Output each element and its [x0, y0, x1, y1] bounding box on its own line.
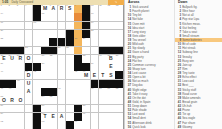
grid-cell-r1c5[interactable]: 15 [41, 13, 49, 21]
grid-cell-r8c10[interactable]: 44M [82, 71, 90, 79]
grid-cell-r3c11[interactable]: 21 [91, 30, 99, 38]
cell-number: 38 [42, 63, 45, 66]
grid-cell-r0c12[interactable]: 11 [99, 5, 107, 13]
cell-number: 4 [25, 5, 26, 8]
grid-cell-r8c1[interactable] [8, 71, 16, 79]
grid-cell-r10c11[interactable]: 49 [91, 88, 99, 96]
black-cell [115, 71, 123, 79]
grid-cell-r14c1[interactable] [8, 121, 16, 129]
cell-number: 61 [83, 113, 86, 116]
grid-cell-r13c14[interactable] [115, 113, 123, 121]
grid-cell-r11c0[interactable]: 53O [0, 96, 8, 104]
grid-cell-r1c8[interactable] [66, 13, 74, 21]
grid-cell-r3c5[interactable] [41, 30, 49, 38]
grid-cell-r7c7[interactable] [58, 63, 66, 71]
cell-number: 63 [42, 121, 45, 124]
cell-number: 17 [0, 22, 3, 25]
grid-cell-r0c2[interactable]: 3 [16, 5, 24, 13]
black-cell [49, 38, 57, 46]
cell-number: 36 [116, 55, 119, 58]
black-cell [33, 13, 41, 21]
grid-cell-r12c12[interactable] [99, 105, 107, 113]
grid-cell-r0c6[interactable]: 6A [49, 5, 57, 13]
grid-cell-r4c2[interactable] [16, 38, 24, 46]
cell-number: 11 [99, 5, 101, 8]
grid-cell-r7c12[interactable] [99, 63, 107, 71]
cell-letter: M [43, 6, 47, 11]
grid-cell-r5c4[interactable] [33, 47, 41, 55]
black-cell [82, 22, 90, 30]
cell-letter: A [51, 6, 55, 11]
cell-number: 37 [0, 63, 3, 66]
cell-number: 60 [42, 113, 45, 116]
cell-number: 27 [66, 47, 69, 50]
cell-number: 54 [42, 96, 45, 99]
grid-cell-r2c13[interactable] [107, 22, 115, 30]
grid-cell-r14c7[interactable] [58, 121, 66, 129]
cell-number: 40 [0, 71, 3, 74]
cell-number: 26 [58, 47, 61, 50]
grid-cell-r10c14[interactable]: 52 [115, 88, 123, 96]
grid-cell-r6c3[interactable]: O [25, 55, 33, 63]
grid-cell-r11c3[interactable] [25, 96, 33, 104]
grid-cell-r14c3[interactable] [25, 121, 33, 129]
grid-cell-r8c4[interactable]: 42 [33, 71, 41, 79]
grid-cell-r12c8[interactable] [66, 105, 74, 113]
grid-cell-r0c7[interactable]: 7R [58, 5, 66, 13]
grid-cell-r1c12[interactable] [99, 13, 107, 21]
cell-number: 20 [0, 30, 3, 33]
grid-cell-r2c3[interactable] [25, 22, 33, 30]
cell-number: 2 [9, 5, 10, 8]
grid-cell-r14c12[interactable] [99, 121, 107, 129]
cell-letter: E [109, 64, 112, 69]
grid-cell-r0c3[interactable]: 4 [25, 5, 33, 13]
grid-cell-r9c5[interactable] [41, 80, 49, 88]
grid-cell-r9c9[interactable] [74, 80, 82, 88]
cell-number: 3 [17, 5, 18, 8]
grid-cell-r1c0[interactable]: 14 [0, 13, 8, 21]
cell-number: 18 [33, 22, 36, 25]
grid-cell-r7c2[interactable] [16, 63, 24, 71]
grid-cell-r10c12[interactable]: 50 [99, 88, 107, 96]
cell-letter: E [93, 73, 96, 78]
grid-cell-r5c11[interactable] [91, 47, 99, 55]
grid-cell-r13c1[interactable] [8, 113, 16, 121]
black-cell [74, 105, 82, 113]
grid-cell-r4c10[interactable]: 24 [82, 38, 90, 46]
grid-cell-r11c4[interactable] [33, 96, 41, 104]
grid-cell-r10c2[interactable] [16, 88, 24, 96]
grid-cell-r10c10[interactable] [82, 88, 90, 96]
grid-cell-r13c7[interactable]: A [58, 113, 66, 121]
grid-cell-r3c1[interactable] [8, 30, 16, 38]
grid-cell-r3c13[interactable] [107, 30, 115, 38]
grid-cell-r7c6[interactable] [49, 63, 57, 71]
crossword-app: 1:05 Daily Crossword ✎ 12345M6A7R8S91011… [0, 0, 222, 129]
grid-cell-r8c11[interactable]: E [91, 71, 99, 79]
grid-cell-r2c6[interactable] [49, 22, 57, 30]
grid-cell-r4c9[interactable]: 23 [74, 38, 82, 46]
cell-number: 12 [107, 5, 110, 8]
grid-cell-r6c14[interactable]: 36 [115, 55, 123, 63]
grid-cell-r14c11[interactable] [91, 121, 99, 129]
grid-cell-r3c12[interactable] [99, 30, 107, 38]
cell-number: 42 [33, 71, 36, 74]
grid-cell-r11c1[interactable]: R [8, 96, 16, 104]
grid-cell-r3c7[interactable] [58, 30, 66, 38]
cell-number: 19 [91, 22, 94, 25]
grid-cell-r4c14[interactable] [115, 38, 123, 46]
cell-number: 30 [17, 55, 20, 58]
grid-cell-r13c11[interactable] [91, 113, 99, 121]
cell-number: 9 [74, 5, 75, 8]
grid-cell-r11c6[interactable]: 55 [49, 96, 57, 104]
grid-cell-r11c5[interactable]: 54 [41, 96, 49, 104]
down-clue-list: Down 1Ballpark fig.2Wee hour3Not at all4… [174, 0, 222, 129]
grid-cell-r0c13[interactable]: 12 [107, 5, 115, 13]
grid-cell-r14c14[interactable] [115, 121, 123, 129]
cell-number: 34 [99, 55, 102, 58]
cell-number: 8 [66, 5, 67, 8]
grid-cell-r7c11[interactable]: 39 [91, 63, 99, 71]
grid-cell-r9c3[interactable]: U [25, 80, 33, 88]
cell-letter: R [60, 6, 64, 11]
grid-cell-r1c6[interactable] [49, 13, 57, 21]
cell-number: 46 [0, 88, 3, 91]
grid-cell-r2c8[interactable] [66, 22, 74, 30]
grid-cell-r14c2[interactable] [16, 121, 24, 129]
cell-number: 57 [42, 105, 45, 108]
cell-number: 39 [91, 63, 94, 66]
grid-cell-r7c14[interactable] [115, 63, 123, 71]
cell-number: 45 [17, 80, 20, 83]
grid-cell-r6c12[interactable]: 34 [99, 55, 107, 63]
grid-cell-r8c12[interactable]: T [99, 71, 107, 79]
black-cell [33, 105, 41, 113]
grid-cell-r9c4[interactable] [33, 80, 41, 88]
grid-cell-r6c8[interactable] [66, 55, 74, 63]
grid-cell-r13c2[interactable] [16, 113, 24, 121]
grid-cell-r11c10[interactable] [82, 96, 90, 104]
grid-cell-r3c4[interactable] [33, 30, 41, 38]
grid-cell-r9c10[interactable] [82, 80, 90, 88]
grid-cell-r8c5[interactable] [41, 71, 49, 79]
black-cell [58, 38, 66, 46]
black-cell [33, 113, 41, 121]
cell-number: 52 [116, 88, 119, 91]
cell-number: 55 [50, 96, 53, 99]
cell-number: 33 [83, 55, 86, 58]
grid-cell-r12c13[interactable] [107, 105, 115, 113]
cell-letter: S [68, 6, 71, 11]
grid-cell-r3c14[interactable] [115, 30, 123, 38]
grid-cell-r6c2[interactable]: 30R [16, 55, 24, 63]
grid-cell-r5c7[interactable]: 26 [58, 47, 66, 55]
cell-number: 62 [0, 121, 3, 124]
grid-cell-r8c3[interactable]: 41D [25, 71, 33, 79]
grid-cell-r4c12[interactable] [99, 38, 107, 46]
cell-number: 50 [99, 88, 102, 91]
grid-cell-r3c2[interactable] [16, 30, 24, 38]
grid-cell-r10c13[interactable]: 51 [107, 88, 115, 96]
grid-cell-r4c5[interactable] [41, 38, 49, 46]
grid-cell-r1c2[interactable] [16, 13, 24, 21]
grid-cell-r12c3[interactable] [25, 105, 33, 113]
grid-cell-r8c7[interactable] [58, 71, 66, 79]
cell-letter: O [27, 56, 31, 61]
grid-cell-r13c6[interactable]: E [49, 113, 57, 121]
grid-cell-r11c9[interactable] [74, 96, 82, 104]
grid-cell-r6c6[interactable]: 32 [49, 55, 57, 63]
clue-panel: Across 1Stick around5Fourth planet10Tiny… [124, 0, 222, 129]
grid-cell-r13c12[interactable] [99, 113, 107, 121]
grid-cell-r6c1[interactable]: 29U [8, 55, 16, 63]
grid-cell-r6c7[interactable] [58, 55, 66, 63]
cell-number: 23 [74, 38, 77, 41]
grid-cell-r4c3[interactable] [25, 38, 33, 46]
grid-cell-r13c3[interactable] [25, 113, 33, 121]
grid-cell-r14c0[interactable]: 62 [0, 121, 8, 129]
grid-cell-r8c0[interactable]: 40 [0, 71, 8, 79]
grid-cell-r2c2[interactable] [16, 22, 24, 30]
grid-cell-r7c8[interactable] [66, 63, 74, 71]
cell-number: 56 [0, 105, 3, 108]
cell-letter: O [18, 98, 22, 103]
grid-cell-r14c9[interactable]: 64 [74, 121, 82, 129]
grid-cell-r2c5[interactable] [41, 22, 49, 30]
grid-cell-r11c2[interactable]: O [16, 96, 24, 104]
cell-number: 31 [42, 55, 45, 58]
cell-letter: A [27, 89, 31, 94]
cell-number: 51 [107, 88, 110, 91]
black-cell [33, 5, 41, 13]
grid-cell-r0c9[interactable]: 9 [74, 5, 82, 13]
crossword-grid: 12345M6A7R8S9101112131415161718192021222… [0, 5, 124, 129]
black-cell [66, 121, 74, 129]
grid-cell-r0c14[interactable]: 13 [115, 5, 123, 13]
grid-cell-r6c10[interactable]: 33 [82, 55, 90, 63]
cell-letter: R [10, 98, 14, 103]
grid-cell-r12c7[interactable] [58, 105, 66, 113]
grid-cell-r11c7[interactable] [58, 96, 66, 104]
grid-cell-r5c9[interactable] [74, 47, 82, 55]
across-rows: 1Stick around5Fourth planet10Tiny bit14N… [125, 5, 174, 129]
cell-number: 5 [42, 5, 43, 8]
grid-cell-r13c10[interactable]: 61 [82, 113, 90, 121]
black-cell [82, 5, 90, 13]
grid-cell-r9c6[interactable] [49, 80, 57, 88]
cell-number: 25 [25, 47, 28, 50]
cell-number: 64 [74, 121, 77, 124]
grid-cell-r1c9[interactable] [74, 13, 82, 21]
grid-cell-r1c13[interactable] [107, 13, 115, 21]
grid-cell-r14c5[interactable]: 63 [41, 121, 49, 129]
grid-cell-r4c13[interactable] [107, 38, 115, 46]
grid-cell-r11c12[interactable] [99, 96, 107, 104]
cell-letter: T [101, 73, 104, 78]
cell-number: 6 [50, 5, 51, 8]
grid-cell-r1c1[interactable] [8, 13, 16, 21]
grid-cell-r10c9[interactable] [74, 88, 82, 96]
grid-cell-r2c4[interactable]: 18 [33, 22, 41, 30]
black-cell [66, 30, 74, 38]
grid-cell-r4c1[interactable] [8, 38, 16, 46]
grid-cell-r3c6[interactable] [49, 30, 57, 38]
grid-cell-r9c2[interactable]: 45 [16, 80, 24, 88]
grid-cell-r12c1[interactable] [8, 105, 16, 113]
grid-cell-r5c8[interactable]: 27 [66, 47, 74, 55]
cell-number: 41 [25, 71, 28, 74]
grid-cell-r4c0[interactable]: 22 [0, 38, 8, 46]
grid-cell-r10c1[interactable]: 47 [8, 88, 16, 96]
grid-cell-r12c6[interactable] [49, 105, 57, 113]
grid-cell-r9c8[interactable] [66, 80, 74, 88]
cell-number: 15 [42, 13, 45, 16]
cell-number: 43 [74, 71, 77, 74]
cell-number: 7 [58, 5, 59, 8]
cell-number: 1 [0, 5, 1, 8]
across-clue-list: Across 1Stick around5Fourth planet10Tiny… [125, 0, 174, 129]
grid-cell-r13c13[interactable] [107, 113, 115, 121]
cell-number: 48 [58, 88, 61, 91]
grid-cell-r11c14[interactable] [115, 96, 123, 104]
grid-cell-r14c13[interactable] [107, 121, 115, 129]
grid-cell-r12c2[interactable] [16, 105, 24, 113]
grid-cell-r12c14[interactable] [115, 105, 123, 113]
cell-number: 28 [0, 55, 3, 58]
black-cell [66, 38, 74, 46]
grid-cell-r2c9[interactable] [74, 22, 82, 30]
grid-cell-r0c1[interactable]: 2 [8, 5, 16, 13]
grid-cell-r6c4[interactable] [33, 55, 41, 63]
cell-number: 58 [83, 105, 86, 108]
grid-cell-r1c3[interactable] [25, 13, 33, 21]
cell-number: 49 [91, 88, 94, 91]
grid-cell-r10c8[interactable] [66, 88, 74, 96]
grid-cell-r7c5[interactable]: 38 [41, 63, 49, 71]
grid-cell-r12c11[interactable] [91, 105, 99, 113]
grid-cell-r1c11[interactable]: 16 [91, 13, 99, 21]
grid-cell-r7c13[interactable]: E [107, 63, 115, 71]
cell-number: 59 [0, 113, 3, 116]
grid-cell-r2c12[interactable] [99, 22, 107, 30]
grid-cell-r4c11[interactable] [91, 38, 99, 46]
black-cell [33, 121, 41, 129]
grid-cell-r5c3[interactable]: 25 [25, 47, 33, 55]
cell-number: 53 [0, 96, 3, 99]
grid-cell-r6c13[interactable]: 35B [107, 55, 115, 63]
grid-cell-r8c9[interactable]: 43 [74, 71, 82, 79]
cell-number: 47 [9, 88, 12, 91]
cell-letter: U [27, 81, 31, 86]
cell-number: 29 [9, 55, 12, 58]
cell-number: 32 [50, 55, 53, 58]
grid-cell-r8c13[interactable]: S [107, 71, 115, 79]
down-rows: 1Ballpark fig.2Wee hour3Not at all4Pop s… [175, 5, 222, 129]
grid-cell-r13c8[interactable] [66, 113, 74, 121]
cell-number: 13 [116, 5, 119, 8]
grid-cell-r0c8[interactable]: 8S [66, 5, 74, 13]
cell-number: 44 [83, 71, 86, 74]
grid-cell-r11c11[interactable] [91, 96, 99, 104]
grid-cell-r10c7[interactable]: 48 [58, 88, 66, 96]
grid-cell-r2c1[interactable] [8, 22, 16, 30]
grid-cell-r4c4[interactable] [33, 38, 41, 46]
grid-cell-r1c14[interactable] [115, 13, 123, 21]
grid-cell-r10c3[interactable]: A [25, 88, 33, 96]
cell-number: 35 [107, 55, 110, 58]
cell-number: 10 [91, 5, 94, 8]
grid-cell-r11c8[interactable] [66, 96, 74, 104]
grid-cell-r1c7[interactable] [58, 13, 66, 21]
grid-cell-r2c7[interactable] [58, 22, 66, 30]
grid-cell-r7c1[interactable] [8, 63, 16, 71]
grid-cell-r3c3[interactable] [25, 30, 33, 38]
cell-number: 24 [83, 38, 86, 41]
cell-number: 16 [91, 13, 94, 16]
grid-cell-r11c13[interactable] [107, 96, 115, 104]
black-cell [82, 13, 90, 21]
grid-cell-r2c14[interactable] [115, 22, 123, 30]
grid-cell-r14c10[interactable] [82, 121, 90, 129]
grid-cell-r8c8[interactable] [66, 71, 74, 79]
cell-number: 21 [91, 30, 94, 33]
grid-cell-r8c6[interactable] [49, 71, 57, 79]
cell-number: 14 [0, 13, 3, 16]
grid-cell-r14c6[interactable] [49, 121, 57, 129]
cell-letter: E [52, 114, 55, 119]
cell-letter: A [60, 114, 64, 119]
cell-number: 22 [0, 38, 3, 41]
grid-cell-r10c4[interactable] [33, 88, 41, 96]
cell-letter: S [109, 73, 112, 78]
black-cell [74, 55, 82, 63]
